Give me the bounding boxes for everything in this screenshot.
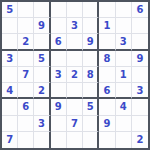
cell-r7c1[interactable] [2, 99, 18, 115]
cell-r3c7[interactable] [99, 34, 115, 50]
cell-r3c1[interactable] [2, 34, 18, 50]
cell-r5c9[interactable] [132, 67, 148, 83]
cell-r4c6[interactable] [83, 51, 99, 67]
cell-r1c8[interactable] [116, 2, 132, 18]
cell-r4c4[interactable] [51, 51, 67, 67]
cell-r9c1[interactable]: 7 [2, 132, 18, 148]
cell-r2c2[interactable] [18, 18, 34, 34]
cell-r4c7[interactable]: 8 [99, 51, 115, 67]
cell-r2c8[interactable] [116, 18, 132, 34]
cell-r3c2[interactable]: 2 [18, 34, 34, 50]
cell-r1c9[interactable]: 6 [132, 2, 148, 18]
cell-r2c7[interactable]: 1 [99, 18, 115, 34]
cell-r1c2[interactable] [18, 2, 34, 18]
cell-r2c6[interactable] [83, 18, 99, 34]
cell-r6c7[interactable]: 6 [99, 83, 115, 99]
cell-r2c4[interactable] [51, 18, 67, 34]
cell-r3c5[interactable] [67, 34, 83, 50]
cell-r9c5[interactable] [67, 132, 83, 148]
cell-r7c9[interactable] [132, 99, 148, 115]
cell-r9c3[interactable] [34, 132, 50, 148]
cell-r8c2[interactable] [18, 116, 34, 132]
cell-r1c3[interactable] [34, 2, 50, 18]
cell-r6c4[interactable] [51, 83, 67, 99]
cell-r3c3[interactable] [34, 34, 50, 50]
cell-r9c4[interactable] [51, 132, 67, 148]
cell-r4c1[interactable]: 3 [2, 51, 18, 67]
cell-r6c9[interactable]: 3 [132, 83, 148, 99]
cell-r7c5[interactable] [67, 99, 83, 115]
cell-r9c7[interactable] [99, 132, 115, 148]
cell-r6c6[interactable] [83, 83, 99, 99]
cell-r7c4[interactable]: 9 [51, 99, 67, 115]
cell-r2c3[interactable]: 9 [34, 18, 50, 34]
cell-r2c5[interactable]: 3 [67, 18, 83, 34]
cell-r5c4[interactable]: 3 [51, 67, 67, 83]
cell-r6c5[interactable] [67, 83, 83, 99]
sudoku-board: 5693126933589732814263695437972 [0, 0, 150, 150]
cell-r1c6[interactable] [83, 2, 99, 18]
cell-r7c6[interactable]: 5 [83, 99, 99, 115]
cell-r1c1[interactable]: 5 [2, 2, 18, 18]
cell-r9c6[interactable] [83, 132, 99, 148]
cell-r5c5[interactable]: 2 [67, 67, 83, 83]
cell-r7c3[interactable] [34, 99, 50, 115]
cell-r9c2[interactable] [18, 132, 34, 148]
cell-r5c3[interactable] [34, 67, 50, 83]
cell-r2c9[interactable] [132, 18, 148, 34]
cell-r5c7[interactable] [99, 67, 115, 83]
cell-r8c4[interactable] [51, 116, 67, 132]
cell-r4c5[interactable] [67, 51, 83, 67]
cell-r4c3[interactable]: 5 [34, 51, 50, 67]
cell-r8c1[interactable] [2, 116, 18, 132]
cell-r1c4[interactable] [51, 2, 67, 18]
cell-r6c8[interactable] [116, 83, 132, 99]
cell-r4c8[interactable] [116, 51, 132, 67]
cell-r7c8[interactable]: 4 [116, 99, 132, 115]
cell-r3c6[interactable]: 9 [83, 34, 99, 50]
cell-r7c2[interactable]: 6 [18, 99, 34, 115]
cell-r9c8[interactable] [116, 132, 132, 148]
cell-r8c6[interactable] [83, 116, 99, 132]
cell-r5c8[interactable]: 1 [116, 67, 132, 83]
cell-r3c4[interactable]: 6 [51, 34, 67, 50]
cell-r9c9[interactable]: 2 [132, 132, 148, 148]
cell-r1c7[interactable] [99, 2, 115, 18]
cell-r8c9[interactable] [132, 116, 148, 132]
cell-r8c8[interactable] [116, 116, 132, 132]
cell-r4c9[interactable]: 9 [132, 51, 148, 67]
cell-r2c1[interactable] [2, 18, 18, 34]
cell-r5c6[interactable]: 8 [83, 67, 99, 83]
cell-r8c3[interactable]: 3 [34, 116, 50, 132]
cell-r6c3[interactable]: 2 [34, 83, 50, 99]
cell-r3c9[interactable] [132, 34, 148, 50]
cell-r6c2[interactable] [18, 83, 34, 99]
cell-r3c8[interactable]: 3 [116, 34, 132, 50]
cell-r4c2[interactable] [18, 51, 34, 67]
cell-r8c7[interactable]: 9 [99, 116, 115, 132]
cell-r7c7[interactable] [99, 99, 115, 115]
cell-r8c5[interactable]: 7 [67, 116, 83, 132]
cell-r6c1[interactable]: 4 [2, 83, 18, 99]
cell-r1c5[interactable] [67, 2, 83, 18]
cell-r5c1[interactable] [2, 67, 18, 83]
cell-r5c2[interactable]: 7 [18, 67, 34, 83]
